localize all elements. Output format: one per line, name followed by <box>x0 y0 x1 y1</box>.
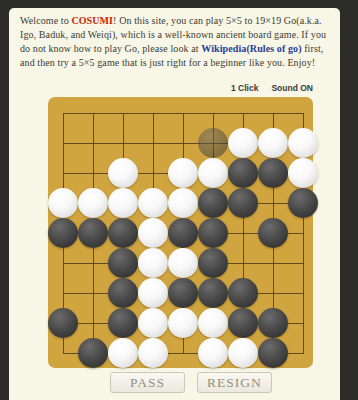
stone-white <box>138 338 168 368</box>
action-button-bar: PASS RESIGN <box>110 372 272 393</box>
stone-black <box>228 188 258 218</box>
pass-button[interactable]: PASS <box>110 372 185 393</box>
stone-black <box>168 278 198 308</box>
intro-paragraph: Welcome to COSUMI! On this site, you can… <box>20 14 337 70</box>
stone-white <box>198 158 228 188</box>
stone-white <box>288 128 318 158</box>
stone-white <box>108 188 138 218</box>
stone-black <box>228 278 258 308</box>
stone-black <box>198 278 228 308</box>
one-click-toggle[interactable]: 1 Click <box>231 83 258 93</box>
stone-white <box>168 188 198 218</box>
stone-black <box>198 188 228 218</box>
stone-white <box>138 248 168 278</box>
stone-black <box>78 218 108 248</box>
stone-white <box>138 278 168 308</box>
stone-white <box>108 338 138 368</box>
stone-white <box>198 338 228 368</box>
stone-black <box>258 338 288 368</box>
stone-white <box>138 308 168 338</box>
stone-white <box>48 188 78 218</box>
stone-black <box>108 218 138 248</box>
stone-black <box>258 308 288 338</box>
stone-white <box>138 188 168 218</box>
wikipedia-link[interactable]: Wikipedia(Rules of go) <box>201 43 301 54</box>
stone-white <box>258 128 288 158</box>
stone-preview-black <box>198 128 228 158</box>
stone-black <box>108 278 138 308</box>
sound-toggle[interactable]: Sound ON <box>271 83 313 93</box>
stone-black <box>168 218 198 248</box>
intro-text-1: Welcome to <box>20 15 71 26</box>
board-option-bar: 1 Click Sound ON <box>231 83 313 93</box>
stone-white <box>108 158 138 188</box>
stone-black <box>258 158 288 188</box>
stone-black <box>228 158 258 188</box>
stone-black <box>198 248 228 278</box>
stone-black <box>198 218 228 248</box>
stone-black <box>228 308 258 338</box>
go-board[interactable] <box>48 97 313 368</box>
stone-black <box>108 248 138 278</box>
stone-white <box>168 308 198 338</box>
stone-white <box>168 248 198 278</box>
stone-white <box>138 218 168 248</box>
brand-name: COSUMI <box>71 15 113 26</box>
stone-black <box>78 338 108 368</box>
stone-white <box>198 308 228 338</box>
resign-button[interactable]: RESIGN <box>197 372 272 393</box>
stone-white <box>288 158 318 188</box>
stone-black <box>288 188 318 218</box>
page-frame: Welcome to COSUMI! On this site, you can… <box>0 0 358 400</box>
stone-white <box>228 128 258 158</box>
stone-black <box>108 308 138 338</box>
content-panel: Welcome to COSUMI! On this site, you can… <box>9 8 340 400</box>
stone-white <box>228 338 258 368</box>
stone-black <box>48 218 78 248</box>
stone-black <box>48 308 78 338</box>
stone-white <box>168 158 198 188</box>
stone-black <box>258 218 288 248</box>
stone-white <box>78 188 108 218</box>
